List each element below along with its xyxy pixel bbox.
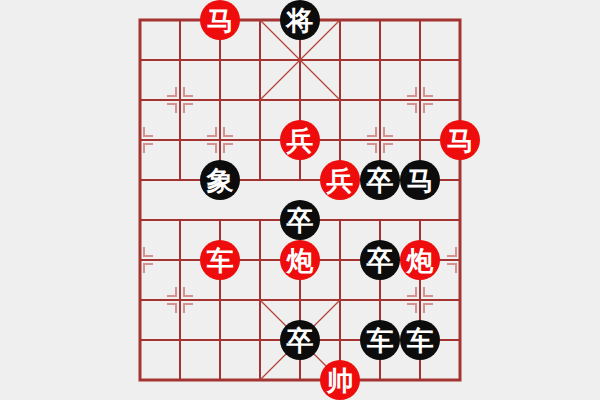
piece-red-cannon[interactable]: 炮	[280, 240, 320, 280]
piece-red-soldier[interactable]: 兵	[280, 120, 320, 160]
piece-black-elephant[interactable]: 象	[200, 160, 240, 200]
piece-black-soldier[interactable]: 卒	[280, 320, 320, 360]
piece-black-general[interactable]: 将	[280, 0, 320, 40]
piece-red-general[interactable]: 帅	[320, 360, 360, 400]
piece-red-soldier[interactable]: 兵	[320, 160, 360, 200]
piece-black-chariot[interactable]: 车	[400, 320, 440, 360]
piece-black-soldier[interactable]: 卒	[360, 160, 400, 200]
piece-black-soldier[interactable]: 卒	[280, 200, 320, 240]
piece-black-chariot[interactable]: 车	[360, 320, 400, 360]
piece-red-cannon[interactable]: 炮	[400, 240, 440, 280]
piece-red-horse[interactable]: 马	[440, 120, 480, 160]
pieces-grid: 马将兵马象兵卒马卒车炮卒炮卒车车帅	[120, 0, 480, 400]
piece-black-soldier[interactable]: 卒	[360, 240, 400, 280]
piece-red-chariot[interactable]: 车	[200, 240, 240, 280]
piece-red-horse[interactable]: 马	[200, 0, 240, 40]
piece-black-horse[interactable]: 马	[400, 160, 440, 200]
xiangqi-board: 马将兵马象兵卒马卒车炮卒炮卒车车帅	[0, 0, 600, 400]
